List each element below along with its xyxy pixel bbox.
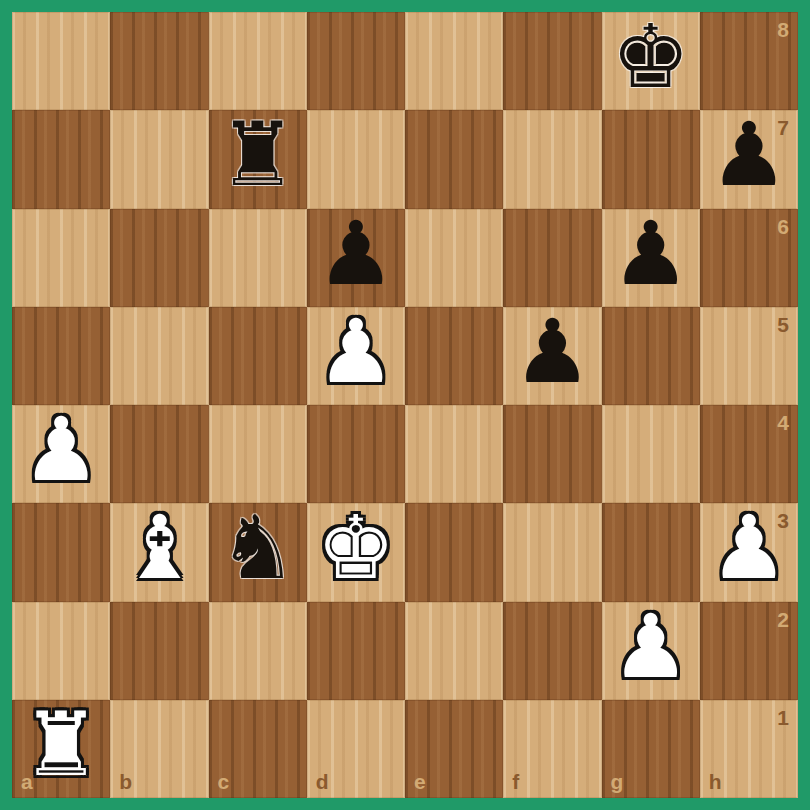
square-b6[interactable]: [110, 209, 208, 307]
square-g1[interactable]: g: [602, 700, 700, 798]
file-label-c: c: [218, 771, 230, 792]
square-c7[interactable]: ♜: [209, 110, 307, 208]
file-label-d: d: [316, 771, 329, 792]
square-a3[interactable]: [12, 503, 110, 601]
file-label-g: g: [611, 771, 624, 792]
square-h6[interactable]: 6: [700, 209, 798, 307]
square-c6[interactable]: [209, 209, 307, 307]
square-f5[interactable]: ♟: [503, 307, 601, 405]
square-a5[interactable]: [12, 307, 110, 405]
square-h2[interactable]: 2: [700, 602, 798, 700]
square-g4[interactable]: [602, 405, 700, 503]
square-a1[interactable]: a♜: [12, 700, 110, 798]
square-b5[interactable]: [110, 307, 208, 405]
square-e3[interactable]: [405, 503, 503, 601]
piece-black-pawn[interactable]: ♟: [611, 210, 690, 298]
square-d2[interactable]: [307, 602, 405, 700]
square-h1[interactable]: 1h: [700, 700, 798, 798]
square-d8[interactable]: [307, 12, 405, 110]
chess-board: ♚8♜7♟♟♟6♟♟5♟4♝♞♚3♟♟2a♜bcdefg1h: [12, 12, 798, 798]
square-f4[interactable]: [503, 405, 601, 503]
square-c8[interactable]: [209, 12, 307, 110]
square-d4[interactable]: [307, 405, 405, 503]
rank-label-4: 4: [777, 412, 789, 433]
piece-black-pawn[interactable]: ♟: [709, 111, 788, 199]
square-b1[interactable]: b: [110, 700, 208, 798]
square-d7[interactable]: [307, 110, 405, 208]
rank-label-5: 5: [777, 314, 789, 335]
square-e1[interactable]: e: [405, 700, 503, 798]
square-e4[interactable]: [405, 405, 503, 503]
square-d5[interactable]: ♟: [307, 307, 405, 405]
square-h8[interactable]: 8: [700, 12, 798, 110]
square-e8[interactable]: [405, 12, 503, 110]
square-c5[interactable]: [209, 307, 307, 405]
square-g2[interactable]: ♟: [602, 602, 700, 700]
square-a4[interactable]: ♟: [12, 405, 110, 503]
square-a6[interactable]: [12, 209, 110, 307]
rank-label-6: 6: [777, 216, 789, 237]
square-c1[interactable]: c: [209, 700, 307, 798]
square-h5[interactable]: 5: [700, 307, 798, 405]
square-e5[interactable]: [405, 307, 503, 405]
square-g5[interactable]: [602, 307, 700, 405]
square-c4[interactable]: [209, 405, 307, 503]
square-f8[interactable]: [503, 12, 601, 110]
piece-black-pawn[interactable]: ♟: [316, 210, 395, 298]
square-e2[interactable]: [405, 602, 503, 700]
piece-white-pawn[interactable]: ♟: [22, 406, 101, 494]
square-g3[interactable]: [602, 503, 700, 601]
rank-label-8: 8: [777, 19, 789, 40]
square-b4[interactable]: [110, 405, 208, 503]
piece-black-knight[interactable]: ♞: [218, 504, 297, 592]
square-h4[interactable]: 4: [700, 405, 798, 503]
square-g8[interactable]: ♚: [602, 12, 700, 110]
square-f2[interactable]: [503, 602, 601, 700]
piece-white-pawn[interactable]: ♟: [709, 504, 788, 592]
square-a2[interactable]: [12, 602, 110, 700]
square-b2[interactable]: [110, 602, 208, 700]
square-c2[interactable]: [209, 602, 307, 700]
square-e6[interactable]: [405, 209, 503, 307]
piece-white-rook[interactable]: ♜: [22, 701, 101, 789]
piece-white-king[interactable]: ♚: [316, 504, 395, 592]
square-d3[interactable]: ♚: [307, 503, 405, 601]
square-f7[interactable]: [503, 110, 601, 208]
square-f3[interactable]: [503, 503, 601, 601]
square-a8[interactable]: [12, 12, 110, 110]
piece-black-king[interactable]: ♚: [611, 13, 690, 101]
square-d6[interactable]: ♟: [307, 209, 405, 307]
piece-white-pawn[interactable]: ♟: [611, 603, 690, 691]
square-a7[interactable]: [12, 110, 110, 208]
piece-white-pawn[interactable]: ♟: [316, 308, 395, 396]
piece-black-rook[interactable]: ♜: [218, 111, 297, 199]
square-e7[interactable]: [405, 110, 503, 208]
square-h7[interactable]: 7♟: [700, 110, 798, 208]
rank-label-1: 1: [777, 707, 789, 728]
square-h3[interactable]: 3♟: [700, 503, 798, 601]
board-frame: ♚8♜7♟♟♟6♟♟5♟4♝♞♚3♟♟2a♜bcdefg1h: [0, 0, 810, 810]
file-label-f: f: [512, 771, 519, 792]
file-label-h: h: [709, 771, 722, 792]
square-f1[interactable]: f: [503, 700, 601, 798]
square-b8[interactable]: [110, 12, 208, 110]
square-g7[interactable]: [602, 110, 700, 208]
square-d1[interactable]: d: [307, 700, 405, 798]
file-label-b: b: [119, 771, 132, 792]
rank-label-2: 2: [777, 609, 789, 630]
piece-white-bishop[interactable]: ♝: [120, 504, 199, 592]
file-label-e: e: [414, 771, 426, 792]
square-b7[interactable]: [110, 110, 208, 208]
square-f6[interactable]: [503, 209, 601, 307]
square-c3[interactable]: ♞: [209, 503, 307, 601]
square-g6[interactable]: ♟: [602, 209, 700, 307]
piece-black-pawn[interactable]: ♟: [513, 308, 592, 396]
square-b3[interactable]: ♝: [110, 503, 208, 601]
